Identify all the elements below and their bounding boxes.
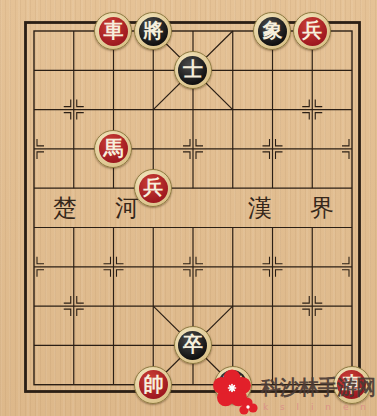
red-general-disc: 帥: [139, 370, 168, 399]
black-soldier-piece[interactable]: 卒: [174, 326, 212, 364]
black-advisor-disc: 士: [178, 56, 207, 85]
red-horse-glyph: 馬: [103, 138, 123, 158]
red-soldier-disc: 兵: [298, 17, 327, 46]
black-elephant-disc: 象: [258, 17, 287, 46]
red-chariot-disc: 車: [99, 17, 128, 46]
red-soldier-piece[interactable]: 兵: [134, 169, 172, 207]
black-elephant-piece[interactable]: 象: [253, 12, 291, 50]
xiangqi-board: 楚 河 漢 界 車將象兵士馬兵卒帥卒車 科沙林手游网 k s l i: [0, 0, 377, 416]
red-general-glyph: 帥: [143, 374, 163, 394]
red-chariot-glyph: 車: [103, 20, 123, 40]
watermark: 科沙林手游网 k s l i n e n g c o m: [212, 368, 377, 416]
black-general-piece[interactable]: 將: [134, 12, 172, 50]
red-soldier-piece[interactable]: 兵: [293, 12, 331, 50]
black-soldier-glyph: 卒: [183, 334, 203, 354]
red-chariot-piece[interactable]: 車: [94, 12, 132, 50]
watermark-site-name: 科沙林手游网: [261, 374, 377, 401]
red-horse-disc: 馬: [99, 134, 128, 163]
red-horse-piece[interactable]: 馬: [94, 130, 132, 168]
black-advisor-glyph: 士: [183, 59, 203, 79]
red-soldier-glyph: 兵: [302, 20, 322, 40]
flower-logo-icon: [212, 368, 260, 416]
pieces-layer: 車將象兵士馬兵卒帥卒車: [14, 11, 372, 404]
red-general-piece[interactable]: 帥: [134, 366, 172, 404]
watermark-domain: k s l i n e n g c o m: [263, 402, 377, 412]
black-advisor-piece[interactable]: 士: [174, 51, 212, 89]
red-soldier-glyph: 兵: [143, 177, 163, 197]
black-general-disc: 將: [139, 17, 168, 46]
black-elephant-glyph: 象: [262, 20, 282, 40]
black-soldier-disc: 卒: [178, 331, 207, 360]
red-soldier-disc: 兵: [139, 174, 168, 203]
black-general-glyph: 將: [143, 20, 163, 40]
